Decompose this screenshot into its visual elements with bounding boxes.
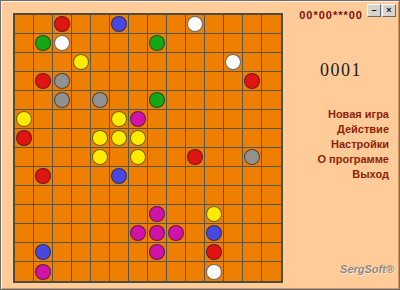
cell[interactable] <box>72 243 91 262</box>
cell[interactable] <box>34 72 53 91</box>
cell[interactable] <box>110 243 129 262</box>
cell[interactable] <box>91 243 110 262</box>
cell[interactable] <box>167 53 186 72</box>
cell[interactable] <box>91 224 110 243</box>
ball-red[interactable] <box>244 73 260 89</box>
cell[interactable] <box>72 91 91 110</box>
cell[interactable] <box>262 148 281 167</box>
cell[interactable] <box>110 148 129 167</box>
ball-red[interactable] <box>35 73 51 89</box>
cell[interactable] <box>110 110 129 129</box>
cell[interactable] <box>110 72 129 91</box>
cell[interactable] <box>110 91 129 110</box>
cell[interactable] <box>243 110 262 129</box>
cell[interactable] <box>224 167 243 186</box>
cell[interactable] <box>34 224 53 243</box>
cell[interactable] <box>53 34 72 53</box>
cell[interactable] <box>34 167 53 186</box>
cell[interactable] <box>224 205 243 224</box>
cell[interactable] <box>34 186 53 205</box>
cell[interactable] <box>129 72 148 91</box>
ball-magenta[interactable] <box>149 244 165 260</box>
cell[interactable] <box>224 186 243 205</box>
cell[interactable] <box>186 205 205 224</box>
cell[interactable] <box>53 129 72 148</box>
cell[interactable] <box>15 186 34 205</box>
cell[interactable] <box>34 91 53 110</box>
cell[interactable] <box>262 72 281 91</box>
cell[interactable] <box>34 34 53 53</box>
cell[interactable] <box>167 34 186 53</box>
window-controls: – × <box>367 4 396 17</box>
cell[interactable] <box>110 34 129 53</box>
menu-item-action[interactable]: Действие <box>317 122 389 137</box>
cell[interactable] <box>34 243 53 262</box>
cell[interactable] <box>72 53 91 72</box>
cell[interactable] <box>262 224 281 243</box>
cell[interactable] <box>243 262 262 281</box>
menu: Новая игра Действие Настройки О программ… <box>317 107 389 182</box>
cell[interactable] <box>72 224 91 243</box>
cell[interactable] <box>72 15 91 34</box>
cell[interactable] <box>91 262 110 281</box>
ball-white[interactable] <box>187 16 203 32</box>
cell[interactable] <box>53 53 72 72</box>
cell[interactable] <box>243 34 262 53</box>
cell[interactable] <box>53 243 72 262</box>
cell[interactable] <box>53 72 72 91</box>
cell[interactable] <box>15 243 34 262</box>
cell[interactable] <box>129 15 148 34</box>
minimize-button[interactable]: – <box>367 4 381 17</box>
cell[interactable] <box>167 129 186 148</box>
ball-magenta[interactable] <box>130 111 146 127</box>
cell[interactable] <box>34 262 53 281</box>
cell[interactable] <box>262 129 281 148</box>
cell[interactable] <box>91 91 110 110</box>
cell[interactable] <box>15 91 34 110</box>
ball-magenta[interactable] <box>130 225 146 241</box>
cell[interactable] <box>262 205 281 224</box>
cell[interactable] <box>53 91 72 110</box>
cell[interactable] <box>167 167 186 186</box>
cell[interactable] <box>53 262 72 281</box>
cell[interactable] <box>224 148 243 167</box>
cell[interactable] <box>15 224 34 243</box>
ball-yellow[interactable] <box>130 130 146 146</box>
cell[interactable] <box>224 243 243 262</box>
cell[interactable] <box>243 224 262 243</box>
cell[interactable] <box>53 148 72 167</box>
cell[interactable] <box>15 72 34 91</box>
cell[interactable] <box>167 224 186 243</box>
brand-label: SergSoft® <box>340 263 394 275</box>
cell[interactable] <box>148 224 167 243</box>
cell[interactable] <box>148 205 167 224</box>
cell[interactable] <box>148 129 167 148</box>
cell[interactable] <box>129 224 148 243</box>
cell[interactable] <box>262 243 281 262</box>
cell[interactable] <box>72 72 91 91</box>
cell[interactable] <box>224 262 243 281</box>
ball-red[interactable] <box>35 168 51 184</box>
cell[interactable] <box>91 110 110 129</box>
ball-red[interactable] <box>206 244 222 260</box>
ball-white[interactable] <box>54 35 70 51</box>
cell[interactable] <box>148 15 167 34</box>
cell[interactable] <box>186 262 205 281</box>
cell[interactable] <box>224 53 243 72</box>
cell[interactable] <box>262 110 281 129</box>
cell[interactable] <box>167 186 186 205</box>
ball-yellow[interactable] <box>206 206 222 222</box>
cell[interactable] <box>167 262 186 281</box>
cell[interactable] <box>243 186 262 205</box>
cell[interactable] <box>262 15 281 34</box>
cell[interactable] <box>205 72 224 91</box>
cell[interactable] <box>167 148 186 167</box>
cell[interactable] <box>34 15 53 34</box>
ball-yellow[interactable] <box>111 111 127 127</box>
cell[interactable] <box>15 129 34 148</box>
cell[interactable] <box>72 34 91 53</box>
game-board <box>13 13 283 283</box>
cell[interactable] <box>148 148 167 167</box>
cell[interactable] <box>15 148 34 167</box>
menu-item-settings[interactable]: Настройки <box>317 137 389 152</box>
cell[interactable] <box>91 148 110 167</box>
cell[interactable] <box>129 205 148 224</box>
cell[interactable] <box>53 15 72 34</box>
cell[interactable] <box>91 53 110 72</box>
cell[interactable] <box>243 91 262 110</box>
cell[interactable] <box>148 167 167 186</box>
cell[interactable] <box>243 72 262 91</box>
cell[interactable] <box>186 110 205 129</box>
ball-green[interactable] <box>149 92 165 108</box>
cell[interactable] <box>110 15 129 34</box>
ball-blue[interactable] <box>35 244 51 260</box>
cell[interactable] <box>34 110 53 129</box>
ball-yellow[interactable] <box>111 130 127 146</box>
cell[interactable] <box>262 262 281 281</box>
cell[interactable] <box>91 205 110 224</box>
cell[interactable] <box>53 224 72 243</box>
cell[interactable] <box>110 205 129 224</box>
cell[interactable] <box>148 243 167 262</box>
cell[interactable] <box>15 53 34 72</box>
menu-item-about[interactable]: О программе <box>317 152 389 167</box>
cell[interactable] <box>167 110 186 129</box>
cell[interactable] <box>224 34 243 53</box>
ball-yellow[interactable] <box>73 54 89 70</box>
cell[interactable] <box>34 205 53 224</box>
ball-blue[interactable] <box>206 225 222 241</box>
ball-red[interactable] <box>54 16 70 32</box>
cell[interactable] <box>91 129 110 148</box>
ball-yellow[interactable] <box>92 130 108 146</box>
cell[interactable] <box>262 167 281 186</box>
cell[interactable] <box>167 91 186 110</box>
ball-yellow[interactable] <box>92 149 108 165</box>
cell[interactable] <box>15 34 34 53</box>
cell[interactable] <box>205 110 224 129</box>
cell[interactable] <box>224 91 243 110</box>
cell[interactable] <box>224 224 243 243</box>
cell[interactable] <box>129 167 148 186</box>
menu-item-new-game[interactable]: Новая игра <box>317 107 389 122</box>
ball-gray[interactable] <box>92 92 108 108</box>
cell[interactable] <box>53 186 72 205</box>
cell[interactable] <box>72 129 91 148</box>
cell[interactable] <box>205 262 224 281</box>
cell[interactable] <box>243 15 262 34</box>
cell[interactable] <box>72 167 91 186</box>
ball-gray[interactable] <box>54 92 70 108</box>
cell[interactable] <box>148 72 167 91</box>
cell[interactable] <box>129 53 148 72</box>
game-window: 00*00***00 – × 0001 Новая игра Действие … <box>0 0 400 290</box>
cell[interactable] <box>34 148 53 167</box>
ball-magenta[interactable] <box>35 264 51 280</box>
cell[interactable] <box>91 72 110 91</box>
cell[interactable] <box>91 167 110 186</box>
cell[interactable] <box>129 91 148 110</box>
cell[interactable] <box>34 129 53 148</box>
ball-magenta[interactable] <box>149 225 165 241</box>
cell[interactable] <box>262 53 281 72</box>
cell[interactable] <box>148 110 167 129</box>
cell[interactable] <box>186 224 205 243</box>
cell[interactable] <box>186 15 205 34</box>
cell[interactable] <box>186 53 205 72</box>
cell[interactable] <box>186 167 205 186</box>
cell[interactable] <box>34 53 53 72</box>
cell[interactable] <box>224 110 243 129</box>
cell[interactable] <box>53 110 72 129</box>
cell[interactable] <box>224 72 243 91</box>
cell[interactable] <box>72 148 91 167</box>
cell[interactable] <box>205 224 224 243</box>
cell[interactable] <box>148 262 167 281</box>
cell[interactable] <box>15 205 34 224</box>
ball-magenta[interactable] <box>168 225 184 241</box>
cell[interactable] <box>224 15 243 34</box>
cell[interactable] <box>148 186 167 205</box>
cell[interactable] <box>148 91 167 110</box>
cell[interactable] <box>262 186 281 205</box>
ball-green[interactable] <box>35 35 51 51</box>
cell[interactable] <box>167 243 186 262</box>
cell[interactable] <box>205 53 224 72</box>
cell[interactable] <box>129 129 148 148</box>
cell[interactable] <box>186 34 205 53</box>
cell[interactable] <box>53 167 72 186</box>
cell[interactable] <box>205 148 224 167</box>
cell[interactable] <box>72 186 91 205</box>
cell[interactable] <box>72 205 91 224</box>
cell[interactable] <box>205 91 224 110</box>
cell[interactable] <box>186 129 205 148</box>
cell[interactable] <box>15 110 34 129</box>
cell[interactable] <box>205 167 224 186</box>
cell[interactable] <box>53 205 72 224</box>
cell[interactable] <box>224 129 243 148</box>
cell[interactable] <box>186 91 205 110</box>
cell[interactable] <box>243 167 262 186</box>
menu-item-exit[interactable]: Выход <box>317 167 389 182</box>
cell[interactable] <box>110 186 129 205</box>
cell[interactable] <box>15 167 34 186</box>
cell[interactable] <box>129 34 148 53</box>
cell[interactable] <box>91 186 110 205</box>
cell[interactable] <box>243 243 262 262</box>
cell[interactable] <box>167 72 186 91</box>
ball-gray[interactable] <box>244 149 260 165</box>
cell[interactable] <box>110 262 129 281</box>
ball-yellow[interactable] <box>16 111 32 127</box>
cell[interactable] <box>262 91 281 110</box>
cell[interactable] <box>110 53 129 72</box>
cell[interactable] <box>167 15 186 34</box>
cell[interactable] <box>243 205 262 224</box>
cell[interactable] <box>15 262 34 281</box>
ball-magenta[interactable] <box>149 206 165 222</box>
ball-blue[interactable] <box>111 168 127 184</box>
ball-red[interactable] <box>16 130 32 146</box>
ball-white[interactable] <box>206 264 222 280</box>
cell[interactable] <box>110 224 129 243</box>
timer-display: 00*00***00 <box>299 9 363 21</box>
cell[interactable] <box>243 129 262 148</box>
cell[interactable] <box>129 243 148 262</box>
cell[interactable] <box>129 262 148 281</box>
cell[interactable] <box>186 243 205 262</box>
cell[interactable] <box>110 167 129 186</box>
cell[interactable] <box>167 205 186 224</box>
cell[interactable] <box>205 129 224 148</box>
cell[interactable] <box>186 72 205 91</box>
score-counter: 0001 <box>283 60 399 81</box>
ball-green[interactable] <box>149 35 165 51</box>
cell[interactable] <box>15 15 34 34</box>
cell[interactable] <box>129 186 148 205</box>
ball-yellow[interactable] <box>130 149 146 165</box>
cell[interactable] <box>148 34 167 53</box>
cell[interactable] <box>72 110 91 129</box>
cell[interactable] <box>129 110 148 129</box>
ball-blue[interactable] <box>111 16 127 32</box>
cell[interactable] <box>129 148 148 167</box>
cell[interactable] <box>205 205 224 224</box>
ball-gray[interactable] <box>54 73 70 89</box>
cell[interactable] <box>205 34 224 53</box>
cell[interactable] <box>243 148 262 167</box>
cell[interactable] <box>205 243 224 262</box>
ball-red[interactable] <box>187 149 203 165</box>
cell[interactable] <box>262 34 281 53</box>
cell[interactable] <box>243 53 262 72</box>
cell[interactable] <box>186 148 205 167</box>
close-button[interactable]: × <box>382 4 396 17</box>
cell[interactable] <box>91 15 110 34</box>
cell[interactable] <box>205 186 224 205</box>
cell[interactable] <box>148 53 167 72</box>
cell[interactable] <box>91 34 110 53</box>
ball-white[interactable] <box>225 54 241 70</box>
cell[interactable] <box>186 186 205 205</box>
cell[interactable] <box>110 129 129 148</box>
cell[interactable] <box>72 262 91 281</box>
cell[interactable] <box>205 15 224 34</box>
